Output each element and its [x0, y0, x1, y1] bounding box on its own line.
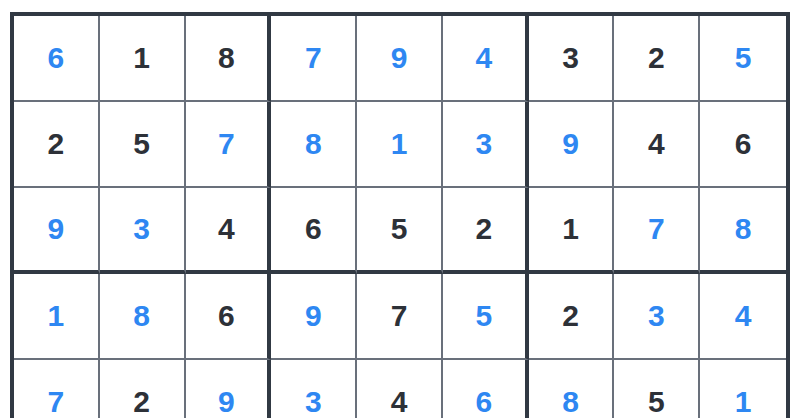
- cell-value: 8: [735, 214, 752, 244]
- cell-value: 8: [218, 43, 235, 73]
- cell-value: 4: [218, 214, 235, 244]
- cell-r5c5[interactable]: 4: [357, 360, 443, 418]
- cell-r1c4[interactable]: 7: [271, 16, 357, 102]
- cell-value: 7: [305, 43, 322, 73]
- cell-value: 8: [305, 129, 322, 159]
- cell-value: 3: [305, 387, 322, 417]
- cell-r2c5[interactable]: 1: [357, 102, 443, 188]
- cell-r5c1[interactable]: 7: [14, 360, 100, 418]
- cell-value: 3: [648, 301, 665, 331]
- cell-r3c3[interactable]: 4: [186, 188, 272, 274]
- cell-r1c6[interactable]: 4: [443, 16, 529, 102]
- cell-value: 9: [305, 301, 322, 331]
- cell-r1c2[interactable]: 1: [100, 16, 186, 102]
- cell-value: 2: [48, 129, 65, 159]
- cell-value: 1: [48, 301, 65, 331]
- cell-value: 7: [218, 129, 235, 159]
- cell-value: 5: [391, 214, 408, 244]
- cell-value: 6: [735, 129, 752, 159]
- cell-r3c8[interactable]: 7: [614, 188, 700, 274]
- cell-r4c3[interactable]: 6: [186, 274, 272, 360]
- cell-value: 7: [48, 387, 65, 417]
- cell-r4c5[interactable]: 7: [357, 274, 443, 360]
- cell-r4c2[interactable]: 8: [100, 274, 186, 360]
- cell-r4c4[interactable]: 9: [271, 274, 357, 360]
- cell-value: 1: [562, 214, 579, 244]
- cell-r4c6[interactable]: 5: [443, 274, 529, 360]
- cell-value: 5: [735, 43, 752, 73]
- cell-value: 6: [305, 214, 322, 244]
- cell-value: 5: [648, 387, 665, 417]
- cell-value: 5: [133, 129, 150, 159]
- cell-r2c3[interactable]: 7: [186, 102, 272, 188]
- cell-r1c8[interactable]: 2: [614, 16, 700, 102]
- cell-r3c6[interactable]: 2: [443, 188, 529, 274]
- cell-value: 4: [735, 301, 752, 331]
- cell-r1c9[interactable]: 5: [700, 16, 786, 102]
- cell-value: 6: [48, 43, 65, 73]
- cell-r5c7[interactable]: 8: [529, 360, 615, 418]
- cell-value: 8: [562, 387, 579, 417]
- cell-r1c3[interactable]: 8: [186, 16, 272, 102]
- cell-value: 2: [133, 387, 150, 417]
- cell-r3c9[interactable]: 8: [700, 188, 786, 274]
- cell-value: 3: [475, 129, 492, 159]
- cell-r2c9[interactable]: 6: [700, 102, 786, 188]
- cell-r3c4[interactable]: 6: [271, 188, 357, 274]
- cell-r2c6[interactable]: 3: [443, 102, 529, 188]
- cell-value: 2: [475, 214, 492, 244]
- cell-value: 4: [475, 43, 492, 73]
- cell-r4c9[interactable]: 4: [700, 274, 786, 360]
- cell-value: 9: [562, 129, 579, 159]
- cell-value: 6: [475, 387, 492, 417]
- cell-r1c7[interactable]: 3: [529, 16, 615, 102]
- cell-r4c1[interactable]: 1: [14, 274, 100, 360]
- sudoku-page: 6187943252578139469346521781869752347293…: [0, 0, 800, 418]
- cell-value: 1: [133, 43, 150, 73]
- cell-r5c6[interactable]: 6: [443, 360, 529, 418]
- cell-r5c2[interactable]: 2: [100, 360, 186, 418]
- cell-r2c7[interactable]: 9: [529, 102, 615, 188]
- cell-r5c9[interactable]: 1: [700, 360, 786, 418]
- cell-value: 9: [48, 214, 65, 244]
- cell-r2c8[interactable]: 4: [614, 102, 700, 188]
- cell-r4c8[interactable]: 3: [614, 274, 700, 360]
- cell-r4c7[interactable]: 2: [529, 274, 615, 360]
- cell-value: 1: [391, 129, 408, 159]
- cell-value: 6: [218, 301, 235, 331]
- cell-value: 3: [562, 43, 579, 73]
- cell-value: 2: [562, 301, 579, 331]
- cell-r1c1[interactable]: 6: [14, 16, 100, 102]
- cell-value: 9: [391, 43, 408, 73]
- cell-r3c7[interactable]: 1: [529, 188, 615, 274]
- cell-r5c3[interactable]: 9: [186, 360, 272, 418]
- cell-r1c5[interactable]: 9: [357, 16, 443, 102]
- cell-r3c2[interactable]: 3: [100, 188, 186, 274]
- cell-value: 3: [133, 214, 150, 244]
- cell-r3c5[interactable]: 5: [357, 188, 443, 274]
- cell-value: 2: [648, 43, 665, 73]
- cell-r2c4[interactable]: 8: [271, 102, 357, 188]
- cell-value: 4: [391, 387, 408, 417]
- sudoku-board: 6187943252578139469346521781869752347293…: [10, 12, 790, 418]
- cell-value: 8: [133, 301, 150, 331]
- cell-r5c4[interactable]: 3: [271, 360, 357, 418]
- cell-r3c1[interactable]: 9: [14, 188, 100, 274]
- cell-r2c2[interactable]: 5: [100, 102, 186, 188]
- cell-r5c8[interactable]: 5: [614, 360, 700, 418]
- cell-value: 1: [735, 387, 752, 417]
- cell-r2c1[interactable]: 2: [14, 102, 100, 188]
- cell-value: 4: [648, 129, 665, 159]
- cell-value: 7: [391, 301, 408, 331]
- cell-value: 9: [218, 387, 235, 417]
- cell-value: 5: [475, 301, 492, 331]
- cell-value: 7: [648, 214, 665, 244]
